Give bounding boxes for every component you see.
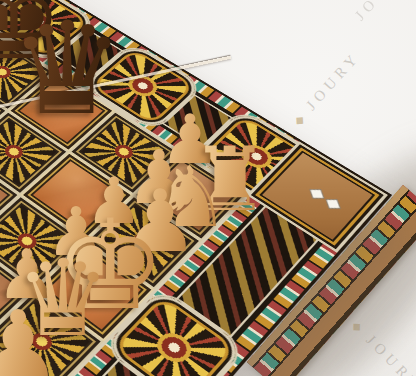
piece-white-pawn-g2: ♟ [0,298,63,376]
pieces-layer: ♚♛♟♜♟♞♟♟♟♚♟♛♟ [0,0,416,376]
product-photo-stage: JOURY◆JOURY JOURY◆JOURY JOURY◆ ♚♛♟♜♟♞♟♟♟… [0,0,416,376]
piece-black-queen-c6: ♛ [10,5,125,133]
